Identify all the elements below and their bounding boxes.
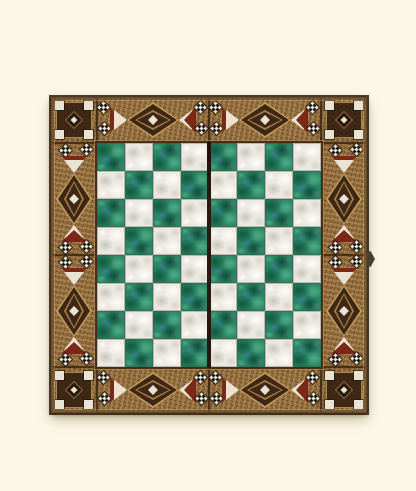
square-d3[interactable] <box>181 283 209 311</box>
chess-board <box>51 97 367 413</box>
checkered-inlay-cluster <box>51 143 97 158</box>
pearl-triangle-inlay <box>334 160 354 173</box>
board-hinge-seam <box>207 142 211 368</box>
lozenge-inlay <box>326 173 362 225</box>
checker-diamond-inlay <box>350 143 363 156</box>
checker-diamond-inlay <box>209 101 222 114</box>
frame-panel <box>97 97 209 143</box>
pearl-square-inlay <box>354 130 363 139</box>
pearl-square-inlay <box>84 130 93 139</box>
pearl-square-inlay <box>325 400 334 409</box>
square-g3[interactable] <box>265 283 293 311</box>
square-e8[interactable] <box>209 143 237 171</box>
square-g1[interactable] <box>265 339 293 367</box>
square-f1[interactable] <box>237 339 265 367</box>
square-d2[interactable] <box>181 311 209 339</box>
square-h4[interactable] <box>293 255 321 283</box>
checker-diamond-inlay <box>209 371 222 384</box>
checker-diamond-inlay <box>195 122 208 135</box>
square-d8[interactable] <box>181 143 209 171</box>
checker-diamond-inlay <box>98 122 111 135</box>
checker-diamond-inlay <box>194 101 207 114</box>
square-e7[interactable] <box>209 171 237 199</box>
checker-diamond-inlay <box>59 241 72 254</box>
square-c2[interactable] <box>153 311 181 339</box>
pearl-square-inlay <box>325 130 334 139</box>
frame-edge-right <box>321 143 367 367</box>
checker-diamond-inlay <box>329 241 342 254</box>
square-h7[interactable] <box>293 171 321 199</box>
square-c7[interactable] <box>153 171 181 199</box>
pearl-square-inlay <box>84 371 93 380</box>
checker-diamond-inlay <box>210 122 223 135</box>
square-h1[interactable] <box>293 339 321 367</box>
checker-diamond-inlay <box>350 352 363 365</box>
frame-edge-top <box>97 97 321 143</box>
checkered-inlay-cluster <box>321 352 367 367</box>
square-c3[interactable] <box>153 283 181 311</box>
checker-diamond-inlay <box>98 392 111 405</box>
pearl-triangle-inlay <box>226 110 239 130</box>
pearl-square-inlay <box>55 130 64 139</box>
square-h5[interactable] <box>293 227 321 255</box>
pearl-triangle-inlay <box>226 380 239 400</box>
checkered-inlay-cluster <box>51 352 97 367</box>
frame-panel <box>51 143 97 255</box>
square-e4[interactable] <box>209 255 237 283</box>
square-g6[interactable] <box>265 199 293 227</box>
checkered-inlay-cluster <box>51 255 97 270</box>
square-c8[interactable] <box>153 143 181 171</box>
square-h2[interactable] <box>293 311 321 339</box>
square-b5[interactable] <box>125 227 153 255</box>
checkered-inlay-cluster <box>321 255 367 270</box>
square-a6[interactable] <box>97 199 125 227</box>
square-a1[interactable] <box>97 339 125 367</box>
checker-diamond-inlay <box>306 101 319 114</box>
checker-diamond-inlay <box>59 353 72 366</box>
frame-panel <box>321 143 367 255</box>
frame-panel <box>97 367 209 413</box>
pearl-square-inlay <box>84 101 93 110</box>
frame-edge-bottom <box>97 367 321 413</box>
pearl-square-inlay <box>84 400 93 409</box>
square-f3[interactable] <box>237 283 265 311</box>
square-d6[interactable] <box>181 199 209 227</box>
checker-diamond-inlay <box>80 143 93 156</box>
square-c4[interactable] <box>153 255 181 283</box>
pearl-square-inlay <box>55 400 64 409</box>
pearl-square-inlay <box>55 101 64 110</box>
checker-diamond-inlay <box>195 392 208 405</box>
checker-diamond-inlay <box>80 240 93 253</box>
lozenge-inlay <box>127 372 179 408</box>
checkered-inlay-cluster <box>194 97 209 143</box>
square-g4[interactable] <box>265 255 293 283</box>
checker-diamond-inlay <box>97 101 110 114</box>
pearl-triangle-inlay <box>114 110 127 130</box>
square-b2[interactable] <box>125 311 153 339</box>
pearl-square-inlay <box>325 101 334 110</box>
frame-panel <box>209 97 321 143</box>
square-a8[interactable] <box>97 143 125 171</box>
checker-diamond-inlay <box>307 122 320 135</box>
square-e3[interactable] <box>209 283 237 311</box>
lozenge-inlay <box>239 102 291 138</box>
checkered-inlay-cluster <box>97 367 112 413</box>
square-e5[interactable] <box>209 227 237 255</box>
square-b4[interactable] <box>125 255 153 283</box>
checkered-inlay-cluster <box>321 143 367 158</box>
square-h3[interactable] <box>293 283 321 311</box>
square-f8[interactable] <box>237 143 265 171</box>
checkered-inlay-cluster <box>97 97 112 143</box>
frame-panel-slot <box>51 143 97 255</box>
checker-diamond-inlay <box>350 255 363 268</box>
square-e6[interactable] <box>209 199 237 227</box>
checker-diamond-inlay <box>194 371 207 384</box>
checker-diamond-inlay <box>329 144 342 157</box>
lozenge-inlay <box>56 173 92 225</box>
square-e1[interactable] <box>209 339 237 367</box>
checker-diamond-inlay <box>210 392 223 405</box>
square-f7[interactable] <box>237 171 265 199</box>
square-a7[interactable] <box>97 171 125 199</box>
frame-corner-bottom-left <box>51 367 97 413</box>
pearl-square-inlay <box>325 371 334 380</box>
checker-diamond-inlay <box>59 144 72 157</box>
square-d7[interactable] <box>181 171 209 199</box>
square-a5[interactable] <box>97 227 125 255</box>
frame-panel <box>51 255 97 367</box>
checker-diamond-inlay <box>329 353 342 366</box>
frame-corner-bottom-right <box>321 367 367 413</box>
frame-corner-top-right <box>321 97 367 143</box>
checkered-inlay-cluster <box>306 367 321 413</box>
square-b7[interactable] <box>125 171 153 199</box>
checker-diamond-inlay <box>59 256 72 269</box>
checker-diamond-inlay <box>80 352 93 365</box>
square-d4[interactable] <box>181 255 209 283</box>
lozenge-inlay <box>56 285 92 337</box>
square-a4[interactable] <box>97 255 125 283</box>
pearl-triangle-inlay <box>64 272 84 285</box>
checker-diamond-inlay <box>329 256 342 269</box>
lozenge-inlay <box>326 285 362 337</box>
checker-diamond-inlay <box>80 255 93 268</box>
square-g5[interactable] <box>265 227 293 255</box>
lozenge-inlay <box>127 102 179 138</box>
square-f4[interactable] <box>237 255 265 283</box>
square-c1[interactable] <box>153 339 181 367</box>
pearl-square-inlay <box>354 101 363 110</box>
checkered-inlay-cluster <box>194 367 209 413</box>
clasp-latch <box>366 251 375 267</box>
square-f5[interactable] <box>237 227 265 255</box>
square-g2[interactable] <box>265 311 293 339</box>
frame-panel-slot <box>321 255 367 367</box>
frame-edge-left <box>51 143 97 367</box>
square-c5[interactable] <box>153 227 181 255</box>
pearl-square-inlay <box>55 371 64 380</box>
checkered-inlay-cluster <box>51 240 97 255</box>
square-b3[interactable] <box>125 283 153 311</box>
checker-diamond-inlay <box>97 371 110 384</box>
square-g7[interactable] <box>265 171 293 199</box>
square-b8[interactable] <box>125 143 153 171</box>
pearl-triangle-inlay <box>334 272 354 285</box>
square-c6[interactable] <box>153 199 181 227</box>
pearl-triangle-inlay <box>114 380 127 400</box>
checkered-inlay-cluster <box>209 367 224 413</box>
frame-panel-slot <box>321 143 367 255</box>
frame-corner-top-left <box>51 97 97 143</box>
square-b1[interactable] <box>125 339 153 367</box>
lozenge-inlay <box>239 372 291 408</box>
checker-diamond-inlay <box>306 371 319 384</box>
pearl-triangle-inlay <box>64 160 84 173</box>
frame-panel-slot <box>51 255 97 367</box>
square-a2[interactable] <box>97 311 125 339</box>
square-h6[interactable] <box>293 199 321 227</box>
square-d5[interactable] <box>181 227 209 255</box>
pearl-square-inlay <box>354 400 363 409</box>
square-f2[interactable] <box>237 311 265 339</box>
square-e2[interactable] <box>209 311 237 339</box>
square-b6[interactable] <box>125 199 153 227</box>
frame-panel <box>321 255 367 367</box>
pearl-square-inlay <box>354 371 363 380</box>
frame-panel <box>209 367 321 413</box>
checkered-inlay-cluster <box>306 97 321 143</box>
square-d1[interactable] <box>181 339 209 367</box>
square-a3[interactable] <box>97 283 125 311</box>
checkered-inlay-cluster <box>209 97 224 143</box>
square-h8[interactable] <box>293 143 321 171</box>
checker-diamond-inlay <box>307 392 320 405</box>
checkered-inlay-cluster <box>321 240 367 255</box>
square-g8[interactable] <box>265 143 293 171</box>
checker-diamond-inlay <box>350 240 363 253</box>
square-f6[interactable] <box>237 199 265 227</box>
